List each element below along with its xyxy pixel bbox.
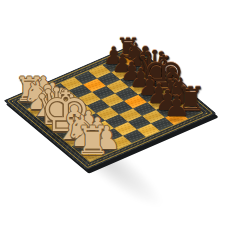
white-rook-icon: ♜ — [75, 118, 110, 163]
chess-set-photo: ♜♞♝♛♚♝♞♜♟♟♟♟♟♟♟♟♟♟♟♟♟♟♟♟♜♞♝♛♚♝♞♜ — [0, 0, 228, 228]
black-pawn-icon: ♟ — [164, 91, 190, 124]
piece-layer: ♜♞♝♛♚♝♞♜♟♟♟♟♟♟♟♟♟♟♟♟♟♟♟♟♜♞♝♛♚♝♞♜ — [0, 0, 228, 228]
black-pawn-h7[interactable]: ♟ — [164, 94, 190, 123]
white-rook-h1[interactable]: ♜ — [75, 121, 110, 160]
